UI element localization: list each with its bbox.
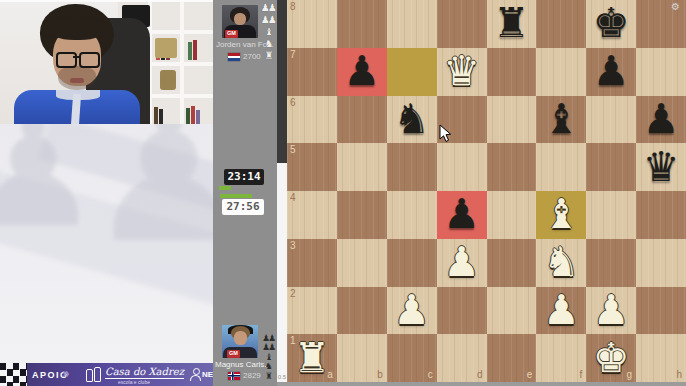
rank-label-6: 6	[290, 98, 296, 108]
avatar-art	[234, 13, 246, 25]
captured-piece-row: ♞	[260, 38, 276, 50]
square-d7[interactable]: ♛	[437, 48, 487, 96]
faded-chess-backdrop: ♟ ♟	[0, 124, 215, 363]
backdrop-pawn: ♟	[86, 124, 215, 269]
rank-label-4: 4	[290, 193, 296, 203]
rank-label-3: 3	[290, 241, 296, 251]
streamer-fringe	[47, 16, 107, 40]
file-label-c: c	[428, 370, 433, 380]
stream-page: ♟ ♟ APOIO ›› Casa do Xadrez escola e clu…	[0, 0, 686, 386]
square-c4[interactable]	[387, 191, 437, 239]
square-b2[interactable]	[337, 287, 387, 335]
square-a1[interactable]: 1a♜	[287, 334, 337, 382]
chevron-right-icon: ››	[62, 365, 67, 381]
piece-wk-g1[interactable]: ♚	[593, 338, 630, 379]
checkerboard-pattern	[0, 363, 27, 386]
piece-wb-f4[interactable]: ♝	[543, 194, 580, 235]
rank-label-2: 2	[290, 289, 296, 299]
square-e2[interactable]	[487, 287, 537, 335]
rank-label-7: 7	[290, 50, 296, 60]
square-g4[interactable]	[586, 191, 636, 239]
square-e3[interactable]	[487, 239, 537, 287]
piece-wp-f2[interactable]: ♟	[543, 290, 580, 331]
book-spine	[193, 40, 197, 60]
square-d8[interactable]	[437, 0, 487, 48]
square-c2[interactable]: ♟	[387, 287, 437, 335]
file-label-d: d	[477, 370, 483, 380]
piece-wn-f3[interactable]: ♞	[543, 242, 580, 283]
square-h7[interactable]	[636, 48, 686, 96]
piece-wp-g2[interactable]: ♟	[593, 290, 630, 331]
file-label-g: g	[627, 370, 633, 380]
rank-label-1: 1	[290, 336, 296, 346]
square-f5[interactable]	[536, 143, 586, 191]
square-b7[interactable]: ♟	[337, 48, 387, 96]
square-e4[interactable]	[487, 191, 537, 239]
piece-bp-b7[interactable]: ♟	[343, 51, 380, 92]
square-e6[interactable]	[487, 96, 537, 144]
rating-row-top: 2700	[228, 52, 261, 61]
square-g8[interactable]: ♚	[586, 0, 636, 48]
square-c7[interactable]	[387, 48, 437, 96]
norway-flag-icon	[228, 372, 240, 380]
square-a2[interactable]: 2	[287, 287, 337, 335]
glasses-bridge	[73, 56, 81, 58]
captured-pieces-top: ♟♟♟♟♝♞♜	[260, 2, 276, 62]
captured-piece-row: ♜	[260, 372, 276, 381]
eval-value: 0.5	[277, 374, 287, 380]
square-d5[interactable]	[437, 143, 487, 191]
square-h4[interactable]	[636, 191, 686, 239]
square-f3[interactable]: ♞	[536, 239, 586, 287]
piece-wq-d7[interactable]: ♛	[443, 51, 480, 92]
square-f4[interactable]: ♝	[536, 191, 586, 239]
eval-gauge: 0.5	[277, 0, 287, 382]
square-e1[interactable]: e	[487, 334, 537, 382]
square-g5[interactable]	[586, 143, 636, 191]
square-f2[interactable]: ♟	[536, 287, 586, 335]
piece-wr-a1[interactable]: ♜	[294, 338, 331, 379]
square-a6[interactable]: 6	[287, 96, 337, 144]
players-panel: GM Jorden van Fo... 2700 ♟♟♟♟♝♞♜ 23:14 2…	[213, 0, 277, 386]
square-b5[interactable]	[337, 143, 387, 191]
file-label-h: h	[676, 370, 682, 380]
square-a3[interactable]: 3	[287, 239, 337, 287]
square-b6[interactable]	[337, 96, 387, 144]
book-spine	[188, 42, 192, 60]
file-label-e: e	[527, 370, 533, 380]
shelf-box	[155, 38, 177, 58]
square-h1[interactable]: h	[636, 334, 686, 382]
piece-bp-h6[interactable]: ♟	[643, 99, 680, 140]
piece-wp-c2[interactable]: ♟	[393, 290, 430, 331]
logo-shape	[94, 367, 101, 382]
board-settings-gear-icon[interactable]: ⚙	[671, 2, 684, 12]
square-d2[interactable]	[437, 287, 487, 335]
file-label-f: f	[579, 370, 582, 380]
rating-top: 2700	[243, 52, 261, 61]
time-bar-bottom	[220, 194, 252, 198]
file-label-b: b	[377, 370, 383, 380]
piece-bb-f6[interactable]: ♝	[543, 99, 580, 140]
square-e5[interactable]	[487, 143, 537, 191]
square-a5[interactable]: 5	[287, 143, 337, 191]
streamer-mouth	[70, 78, 84, 83]
rank-label-8: 8	[290, 2, 296, 12]
square-a7[interactable]: 7	[287, 48, 337, 96]
square-g1[interactable]: g♚	[586, 334, 636, 382]
square-f6[interactable]: ♝	[536, 96, 586, 144]
square-h3[interactable]	[636, 239, 686, 287]
time-bar-top	[219, 186, 231, 190]
captured-piece-row: ♝	[260, 26, 276, 38]
square-g2[interactable]: ♟	[586, 287, 636, 335]
square-d3[interactable]: ♟	[437, 239, 487, 287]
eval-gauge-black-part	[277, 0, 287, 163]
square-h5[interactable]: ♛	[636, 143, 686, 191]
square-c5[interactable]	[387, 143, 437, 191]
square-h6[interactable]: ♟	[636, 96, 686, 144]
square-c1[interactable]: c	[387, 334, 437, 382]
square-c3[interactable]	[387, 239, 437, 287]
mouse-cursor-icon	[439, 124, 453, 144]
square-b3[interactable]	[337, 239, 387, 287]
chess-board[interactable]: 8♜♚7♟♛♟6♞♝♟5♛4♟♝3♟♞2♟♟♟1a♜bcdefg♚h	[287, 0, 686, 382]
shelf-trophy	[160, 70, 176, 90]
square-b8[interactable]	[337, 0, 387, 48]
captured-piece-row: ♟♟	[260, 14, 276, 26]
square-d4[interactable]: ♟	[437, 191, 487, 239]
square-b4[interactable]	[337, 191, 387, 239]
square-c6[interactable]: ♞	[387, 96, 437, 144]
title-badge-top: GM	[225, 30, 238, 38]
casa-do-xadrez-logo-icon	[86, 367, 102, 382]
glasses-lens	[79, 52, 100, 68]
avatar-art	[234, 331, 247, 345]
piece-bp-d4[interactable]: ♟	[443, 194, 480, 235]
book-spine	[191, 106, 195, 126]
square-e8[interactable]: ♜	[487, 0, 537, 48]
square-h2[interactable]	[636, 287, 686, 335]
logo-shape	[86, 369, 93, 382]
square-g3[interactable]	[586, 239, 636, 287]
streamer-glasses	[55, 52, 101, 67]
captured-piece-row: ♜	[260, 50, 276, 62]
brand-name: Casa do Xadrez	[105, 366, 184, 379]
file-label-a: a	[327, 370, 333, 380]
square-c8[interactable]	[387, 0, 437, 48]
piece-bq-h5[interactable]: ♛	[643, 147, 680, 188]
piece-br-e8[interactable]: ♜	[493, 3, 530, 44]
square-e7[interactable]	[487, 48, 537, 96]
piece-bp-g7[interactable]: ♟	[593, 51, 630, 92]
rating-row-bottom: 2829	[228, 371, 261, 380]
square-f7[interactable]	[536, 48, 586, 96]
clock-black: 23:14	[224, 169, 264, 185]
piece-wp-d3[interactable]: ♟	[443, 242, 480, 283]
clock-white: 27:56	[222, 199, 264, 215]
square-a4[interactable]: 4	[287, 191, 337, 239]
square-a8[interactable]: 8	[287, 0, 337, 48]
piece-bk-g8[interactable]: ♚	[593, 3, 630, 44]
title-badge-bottom: GM	[227, 350, 240, 358]
banner-right-text: NE	[202, 370, 213, 379]
square-f8[interactable]	[536, 0, 586, 48]
sponsor-banner: APOIO ›› Casa do Xadrez escola e clube N…	[0, 363, 215, 386]
square-f1[interactable]: f	[536, 334, 586, 382]
rank-label-5: 5	[290, 145, 296, 155]
glasses-lens	[56, 52, 77, 68]
square-g6[interactable]	[586, 96, 636, 144]
square-b1[interactable]: b	[337, 334, 387, 382]
board-bottom-strip	[277, 382, 686, 386]
captured-pieces-bottom: ♟♟♟♟♝♞♜	[260, 334, 276, 381]
brand-tagline: escola e clube	[118, 379, 150, 385]
person-icon	[190, 368, 201, 381]
captured-piece-row: ♟♟	[260, 2, 276, 14]
square-d1[interactable]: d	[437, 334, 487, 382]
webcam-feed	[0, 0, 213, 126]
rating-bottom: 2829	[243, 371, 261, 380]
square-g7[interactable]: ♟	[586, 48, 636, 96]
piece-bn-c6[interactable]: ♞	[393, 99, 430, 140]
netherlands-flag-icon	[228, 53, 240, 61]
